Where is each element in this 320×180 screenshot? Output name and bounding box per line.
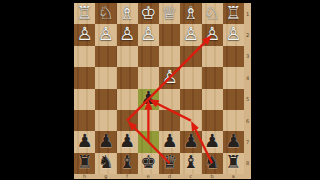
square-d6[interactable] bbox=[159, 110, 180, 131]
piece-white-b: ♗ bbox=[119, 4, 135, 22]
square-a5[interactable] bbox=[223, 89, 244, 110]
square-a1[interactable]: ♖ bbox=[223, 3, 244, 24]
square-a3[interactable] bbox=[223, 46, 244, 67]
square-g2[interactable]: ♙ bbox=[95, 24, 116, 45]
square-g3[interactable] bbox=[95, 46, 116, 67]
piece-white-p: ♙ bbox=[183, 25, 199, 43]
piece-black-b: ♝ bbox=[119, 153, 135, 171]
piece-white-n: ♘ bbox=[98, 4, 114, 22]
piece-white-p: ♙ bbox=[98, 25, 114, 43]
file-label-a: a bbox=[223, 174, 244, 179]
thumbnail-stage: ♖♘♗♔♕♗♘♖♙♙♙♙♙♙♙♙♟♟♟♟♟♟♟♟♜♞♝♚♛♝♞♜ 1234567… bbox=[0, 0, 320, 180]
letterbox-right bbox=[251, 0, 320, 180]
square-b8[interactable]: ♞ bbox=[202, 153, 223, 174]
square-e8[interactable]: ♚ bbox=[138, 153, 159, 174]
rank-label-1: 1 bbox=[244, 3, 251, 24]
square-c2[interactable]: ♙ bbox=[180, 24, 201, 45]
file-label-b: b bbox=[202, 174, 223, 179]
piece-black-r: ♜ bbox=[77, 153, 93, 171]
file-label-f: f bbox=[117, 174, 138, 179]
square-b4[interactable] bbox=[202, 67, 223, 88]
piece-black-p: ♟ bbox=[162, 132, 178, 150]
square-g5[interactable] bbox=[95, 89, 116, 110]
square-d7[interactable]: ♟ bbox=[159, 131, 180, 152]
square-c4[interactable] bbox=[180, 67, 201, 88]
rank-label-2: 2 bbox=[244, 24, 251, 45]
rank-label-8: 8 bbox=[244, 153, 251, 174]
square-g1[interactable]: ♘ bbox=[95, 3, 116, 24]
piece-white-p: ♙ bbox=[119, 25, 135, 43]
square-e6[interactable] bbox=[138, 110, 159, 131]
piece-white-k: ♔ bbox=[140, 4, 156, 22]
piece-black-p: ♟ bbox=[77, 132, 93, 150]
square-f8[interactable]: ♝ bbox=[117, 153, 138, 174]
square-f2[interactable]: ♙ bbox=[117, 24, 138, 45]
piece-white-p: ♙ bbox=[77, 25, 93, 43]
rank-label-4: 4 bbox=[244, 67, 251, 88]
piece-black-p: ♟ bbox=[204, 132, 220, 150]
square-h5[interactable] bbox=[74, 89, 95, 110]
square-f1[interactable]: ♗ bbox=[117, 3, 138, 24]
square-g4[interactable] bbox=[95, 67, 116, 88]
square-h6[interactable] bbox=[74, 110, 95, 131]
rank-label-6: 6 bbox=[244, 110, 251, 131]
square-f5[interactable] bbox=[117, 89, 138, 110]
piece-white-p: ♙ bbox=[162, 68, 178, 86]
square-e3[interactable] bbox=[138, 46, 159, 67]
chess-board: ♖♘♗♔♕♗♘♖♙♙♙♙♙♙♙♙♟♟♟♟♟♟♟♟♜♞♝♚♛♝♞♜ bbox=[74, 3, 244, 174]
square-g6[interactable] bbox=[95, 110, 116, 131]
piece-white-r: ♖ bbox=[77, 4, 93, 22]
piece-black-n: ♞ bbox=[98, 153, 114, 171]
square-a2[interactable]: ♙ bbox=[223, 24, 244, 45]
piece-black-q: ♛ bbox=[162, 153, 178, 171]
file-label-h: h bbox=[74, 174, 95, 179]
piece-white-q: ♕ bbox=[162, 4, 178, 22]
square-h1[interactable]: ♖ bbox=[74, 3, 95, 24]
square-f4[interactable] bbox=[117, 67, 138, 88]
square-g8[interactable]: ♞ bbox=[95, 153, 116, 174]
square-d1[interactable]: ♕ bbox=[159, 3, 180, 24]
square-c5[interactable] bbox=[180, 89, 201, 110]
square-c7[interactable]: ♟ bbox=[180, 131, 201, 152]
square-f7[interactable]: ♟ bbox=[117, 131, 138, 152]
square-b3[interactable] bbox=[202, 46, 223, 67]
square-e5[interactable]: ♟ bbox=[138, 89, 159, 110]
piece-black-p: ♟ bbox=[183, 132, 199, 150]
piece-black-p: ♟ bbox=[140, 89, 156, 107]
square-g7[interactable]: ♟ bbox=[95, 131, 116, 152]
piece-black-r: ♜ bbox=[225, 153, 241, 171]
file-label-e: e bbox=[138, 174, 159, 179]
square-c8[interactable]: ♝ bbox=[180, 153, 201, 174]
piece-black-p: ♟ bbox=[119, 132, 135, 150]
piece-black-p: ♟ bbox=[98, 132, 114, 150]
piece-white-b: ♗ bbox=[183, 4, 199, 22]
rank-label-7: 7 bbox=[244, 131, 251, 152]
square-e7[interactable] bbox=[138, 131, 159, 152]
square-a7[interactable]: ♟ bbox=[223, 131, 244, 152]
piece-white-n: ♘ bbox=[204, 4, 220, 22]
file-label-g: g bbox=[95, 174, 116, 179]
square-b7[interactable]: ♟ bbox=[202, 131, 223, 152]
rank-label-5: 5 bbox=[244, 89, 251, 110]
square-b1[interactable]: ♘ bbox=[202, 3, 223, 24]
square-d5[interactable] bbox=[159, 89, 180, 110]
file-label-c: c bbox=[180, 174, 201, 179]
square-h2[interactable]: ♙ bbox=[74, 24, 95, 45]
square-b6[interactable] bbox=[202, 110, 223, 131]
square-b5[interactable] bbox=[202, 89, 223, 110]
square-f3[interactable] bbox=[117, 46, 138, 67]
square-h3[interactable] bbox=[74, 46, 95, 67]
file-labels: hgfedcba bbox=[74, 174, 251, 179]
square-h4[interactable] bbox=[74, 67, 95, 88]
square-e4[interactable] bbox=[138, 67, 159, 88]
square-h8[interactable]: ♜ bbox=[74, 153, 95, 174]
letterbox-left bbox=[0, 0, 74, 180]
piece-white-p: ♙ bbox=[204, 25, 220, 43]
piece-white-p: ♙ bbox=[225, 25, 241, 43]
square-b2[interactable]: ♙ bbox=[202, 24, 223, 45]
square-d2[interactable] bbox=[159, 24, 180, 45]
piece-black-p: ♟ bbox=[225, 132, 241, 150]
square-d8[interactable]: ♛ bbox=[159, 153, 180, 174]
square-c1[interactable]: ♗ bbox=[180, 3, 201, 24]
square-d3[interactable] bbox=[159, 46, 180, 67]
square-a4[interactable] bbox=[223, 67, 244, 88]
square-c6[interactable] bbox=[180, 110, 201, 131]
square-e1[interactable]: ♔ bbox=[138, 3, 159, 24]
piece-white-r: ♖ bbox=[225, 4, 241, 22]
rank-label-3: 3 bbox=[244, 46, 251, 67]
piece-black-b: ♝ bbox=[183, 153, 199, 171]
square-e2[interactable]: ♙ bbox=[138, 24, 159, 45]
piece-black-n: ♞ bbox=[204, 153, 220, 171]
square-c3[interactable] bbox=[180, 46, 201, 67]
square-f6[interactable] bbox=[117, 110, 138, 131]
square-d4[interactable]: ♙ bbox=[159, 67, 180, 88]
piece-black-k: ♚ bbox=[140, 153, 156, 171]
file-label-d: d bbox=[159, 174, 180, 179]
square-h7[interactable]: ♟ bbox=[74, 131, 95, 152]
rank-labels: 12345678 bbox=[244, 3, 251, 174]
square-a6[interactable] bbox=[223, 110, 244, 131]
piece-white-p: ♙ bbox=[140, 25, 156, 43]
square-a8[interactable]: ♜ bbox=[223, 153, 244, 174]
